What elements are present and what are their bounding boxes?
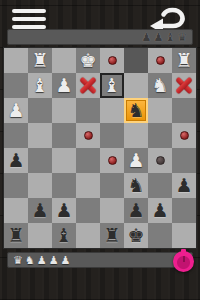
square-b1[interactable] [28,223,52,248]
menu-button[interactable] [12,9,46,31]
captured-white-pawn: ♟ [37,255,47,266]
square-e4[interactable] [100,148,124,173]
square-a3[interactable] [4,173,28,198]
captured-black-pawn: ♟ [142,32,152,43]
square-c6[interactable] [52,98,76,123]
piece-black-pawn: ♟ [31,201,48,220]
hamburger-icon [12,9,46,13]
undo-arrow-icon [148,4,188,32]
piece-white-knight: ♞ [151,76,168,95]
square-b5[interactable] [28,123,52,148]
square-e3[interactable] [100,173,124,198]
square-d2[interactable] [76,198,100,223]
square-e1[interactable]: ♜ [100,223,124,248]
piece-black-pawn: ♟ [175,176,192,195]
piece-white-pawn: ♟ [7,101,24,120]
piece-black-pawn: ♟ [55,201,72,220]
square-h2[interactable] [172,198,196,223]
square-d7[interactable] [76,73,100,98]
square-b6[interactable] [28,98,52,123]
square-c8[interactable] [52,48,76,73]
square-f6[interactable]: ♞ [124,98,148,123]
square-d8[interactable]: ♚ [76,48,100,73]
piece-black-bishop: ♝ [55,226,72,245]
square-e2[interactable] [100,198,124,223]
square-d4[interactable] [76,148,100,173]
square-b3[interactable] [28,173,52,198]
captured-black-bishop: ♝ [165,32,175,43]
move-dot-marker [108,156,117,165]
square-e5[interactable] [100,123,124,148]
captured-black-pawn: ♟ [153,32,163,43]
square-b8[interactable]: ♜ [28,48,52,73]
square-b4[interactable] [28,148,52,173]
square-g2[interactable]: ♟ [148,198,172,223]
piece-black-king: ♚ [127,226,144,245]
move-dot-marker [180,131,189,140]
piece-white-bishop: ♝ [31,76,48,95]
square-h8[interactable]: ♜ [172,48,196,73]
square-a1[interactable]: ♜ [4,223,28,248]
square-c2[interactable]: ♟ [52,198,76,223]
square-c7[interactable]: ♟ [52,73,76,98]
square-h5[interactable] [172,123,196,148]
square-f1[interactable]: ♚ [124,223,148,248]
captured-pieces-tray-top: ♟♟♝♛ [7,29,193,45]
square-b2[interactable]: ♟ [28,198,52,223]
square-g8[interactable] [148,48,172,73]
square-e6[interactable] [100,98,124,123]
square-g1[interactable] [148,223,172,248]
square-f5[interactable] [124,123,148,148]
square-g5[interactable] [148,123,172,148]
piece-black-pawn: ♟ [151,201,168,220]
square-g6[interactable] [148,98,172,123]
square-f3[interactable]: ♞ [124,173,148,198]
square-g4[interactable] [148,148,172,173]
chess-board: ♜♚♜♝♟♝♞♟♞♟♟♞♟♟♟♟♟♜♝♜♚ [4,48,196,248]
captured-white-pawn: ♟ [49,255,59,266]
captured-pieces-tray-bottom: ♛♞♟♟♟ [7,252,193,268]
square-h7[interactable] [172,73,196,98]
square-g3[interactable] [148,173,172,198]
move-dot-dark-marker [156,156,165,165]
captured-white-pawn: ♟ [61,255,71,266]
square-a8[interactable] [4,48,28,73]
piece-black-pawn: ♟ [7,151,24,170]
app-root: ♟♟♝♛ ♜♚♜♝♟♝♞♟♞♟♟♞♟♟♟♟♟♜♝♜♚ ♛♞♟♟♟ [0,0,200,300]
move-dot-marker [84,131,93,140]
piece-white-pawn: ♟ [127,151,144,170]
piece-white-king: ♚ [79,51,96,70]
captured-white-queen: ♛ [13,255,23,266]
square-f2[interactable]: ♟ [124,198,148,223]
undo-button[interactable] [148,4,188,32]
square-a5[interactable] [4,123,28,148]
square-c4[interactable] [52,148,76,173]
square-a2[interactable] [4,198,28,223]
piece-black-knight: ♞ [127,101,144,120]
square-h6[interactable] [172,98,196,123]
square-d3[interactable] [76,173,100,198]
piece-black-rook: ♜ [103,226,120,245]
piece-white-bishop: ♝ [103,76,120,95]
captured-black-queen: ♛ [177,32,187,43]
piece-white-rook: ♜ [175,51,192,70]
timer-button[interactable] [173,251,194,272]
move-dot-marker [156,56,165,65]
square-f8[interactable] [124,48,148,73]
move-dot-marker [108,56,117,65]
square-b7[interactable]: ♝ [28,73,52,98]
piece-black-knight: ♞ [127,176,144,195]
square-h1[interactable] [172,223,196,248]
square-a7[interactable] [4,73,28,98]
square-a6[interactable]: ♟ [4,98,28,123]
square-c3[interactable] [52,173,76,198]
square-g7[interactable]: ♞ [148,73,172,98]
captured-white-knight: ♞ [25,255,35,266]
square-f7[interactable] [124,73,148,98]
square-c5[interactable] [52,123,76,148]
piece-black-pawn: ♟ [127,201,144,220]
square-c1[interactable]: ♝ [52,223,76,248]
piece-white-rook: ♜ [31,51,48,70]
square-d1[interactable] [76,223,100,248]
square-e8[interactable] [100,48,124,73]
square-f4[interactable]: ♟ [124,148,148,173]
square-d6[interactable] [76,98,100,123]
piece-black-rook: ♜ [7,226,24,245]
square-e7[interactable]: ♝ [100,73,124,98]
square-d5[interactable] [76,123,100,148]
square-a4[interactable]: ♟ [4,148,28,173]
piece-white-pawn: ♟ [55,76,72,95]
square-h4[interactable] [172,148,196,173]
square-h3[interactable]: ♟ [172,173,196,198]
